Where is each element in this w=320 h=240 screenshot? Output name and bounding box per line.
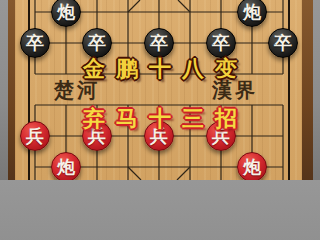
piece-black-cannon[interactable]: 炮 — [237, 0, 267, 27]
piece-black-cannon[interactable]: 炮 — [51, 0, 81, 27]
piece-character: 炮 — [52, 0, 80, 27]
caption-jinpeng-shibabian: 金鹏十八变 — [0, 54, 320, 84]
caption-qima-shisanzhao: 弃马十三招 — [0, 104, 320, 134]
piece-character: 炮 — [238, 0, 266, 27]
piece-red-cannon[interactable]: 炮 — [237, 152, 267, 180]
piece-character: 炮 — [52, 153, 80, 180]
board-grid — [0, 0, 320, 180]
video-frame: 楚河 漢界 炮炮卒卒卒卒卒兵兵兵兵炮炮 金鹏十八变 弃马十三招 — [0, 0, 320, 180]
piece-character: 炮 — [238, 153, 266, 180]
piece-red-cannon[interactable]: 炮 — [51, 152, 81, 180]
